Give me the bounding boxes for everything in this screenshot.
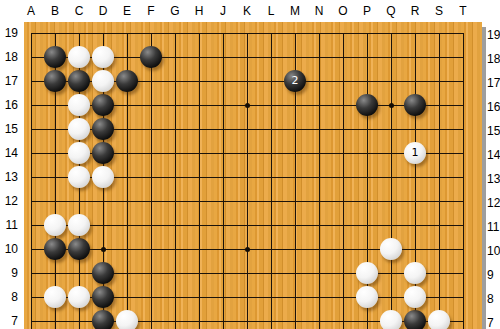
stone-black-M17[interactable]: 2: [284, 70, 306, 92]
stone-black-F18[interactable]: [140, 46, 162, 68]
stone-black-D16[interactable]: [92, 94, 114, 116]
stone-white-D17[interactable]: [92, 70, 114, 92]
stone-white-R14[interactable]: 1: [404, 142, 426, 164]
stone-white-Q10[interactable]: [380, 238, 402, 260]
stone-white-C15[interactable]: [68, 118, 90, 140]
row-label-left-8: 8: [1, 289, 18, 305]
column-label-H: H: [187, 3, 211, 19]
grid-line-v-R: [415, 33, 416, 329]
column-label-S: S: [427, 3, 451, 19]
go-board[interactable]: 12: [24, 22, 482, 329]
stone-white-P9[interactable]: [356, 262, 378, 284]
star-point-K10: [245, 247, 250, 252]
grid-line-v-T: [463, 33, 464, 329]
column-label-D: D: [91, 3, 115, 19]
row-label-right-17: 17: [487, 75, 500, 91]
stone-black-B17[interactable]: [44, 70, 66, 92]
grid-line-v-N: [319, 33, 320, 329]
row-label-right-11: 11: [487, 219, 500, 235]
stone-black-E17[interactable]: [116, 70, 138, 92]
stone-white-B8[interactable]: [44, 286, 66, 308]
column-label-R: R: [403, 3, 427, 19]
stone-white-S7[interactable]: [428, 310, 450, 329]
row-label-left-17: 17: [1, 73, 18, 89]
stone-black-P16[interactable]: [356, 94, 378, 116]
stone-white-D13[interactable]: [92, 166, 114, 188]
stone-black-D7[interactable]: [92, 310, 114, 329]
column-label-T: T: [451, 3, 475, 19]
grid-line-v-S: [439, 33, 440, 329]
stone-black-C17[interactable]: [68, 70, 90, 92]
row-label-right-12: 12: [487, 195, 500, 211]
row-label-left-16: 16: [1, 97, 18, 113]
column-label-C: C: [67, 3, 91, 19]
stone-white-Q7[interactable]: [380, 310, 402, 329]
row-label-left-10: 10: [1, 241, 18, 257]
stone-white-E7[interactable]: [116, 310, 138, 329]
column-label-N: N: [307, 3, 331, 19]
stone-black-D14[interactable]: [92, 142, 114, 164]
stone-black-D15[interactable]: [92, 118, 114, 140]
column-label-L: L: [259, 3, 283, 19]
grid-line-v-Q: [391, 33, 392, 329]
stone-black-B18[interactable]: [44, 46, 66, 68]
row-label-right-16: 16: [487, 99, 500, 115]
stone-white-P8[interactable]: [356, 286, 378, 308]
stone-white-C18[interactable]: [68, 46, 90, 68]
column-label-B: B: [43, 3, 67, 19]
row-label-left-13: 13: [1, 169, 18, 185]
grid-line-v-A: [31, 33, 32, 329]
grid-line-h-19: [31, 33, 464, 34]
move-number-label: 2: [284, 70, 306, 92]
stone-white-D18[interactable]: [92, 46, 114, 68]
row-label-left-12: 12: [1, 193, 18, 209]
row-label-left-14: 14: [1, 145, 18, 161]
row-label-left-19: 19: [1, 25, 18, 41]
stone-black-D8[interactable]: [92, 286, 114, 308]
stone-black-B10[interactable]: [44, 238, 66, 260]
star-point-K16: [245, 103, 250, 108]
grid-line-h-11: [31, 225, 464, 226]
column-label-K: K: [235, 3, 259, 19]
stone-black-C10[interactable]: [68, 238, 90, 260]
row-label-right-8: 8: [487, 291, 500, 307]
grid-line-h-12: [31, 201, 464, 202]
grid-line-v-K: [247, 33, 248, 329]
column-label-A: A: [19, 3, 43, 19]
stone-white-C16[interactable]: [68, 94, 90, 116]
stone-white-C11[interactable]: [68, 214, 90, 236]
stone-white-B11[interactable]: [44, 214, 66, 236]
row-label-left-15: 15: [1, 121, 18, 137]
star-point-Q16: [389, 103, 394, 108]
board-edge-shadow: [482, 27, 486, 329]
stone-white-C14[interactable]: [68, 142, 90, 164]
column-label-Q: Q: [379, 3, 403, 19]
grid-line-v-O: [343, 33, 344, 329]
column-label-O: O: [331, 3, 355, 19]
row-label-left-18: 18: [1, 49, 18, 65]
column-label-G: G: [163, 3, 187, 19]
stone-white-C8[interactable]: [68, 286, 90, 308]
stone-white-C13[interactable]: [68, 166, 90, 188]
grid-line-v-H: [199, 33, 200, 329]
grid-line-v-J: [223, 33, 224, 329]
stone-white-R9[interactable]: [404, 262, 426, 284]
row-label-right-7: 7: [487, 315, 500, 329]
row-label-right-10: 10: [487, 243, 500, 259]
row-label-right-18: 18: [487, 51, 500, 67]
column-label-E: E: [115, 3, 139, 19]
star-point-D10: [101, 247, 106, 252]
grid-line-v-P: [367, 33, 368, 329]
row-label-left-11: 11: [1, 217, 18, 233]
row-label-right-19: 19: [487, 27, 500, 43]
column-label-P: P: [355, 3, 379, 19]
row-label-left-9: 9: [1, 265, 18, 281]
stone-black-D9[interactable]: [92, 262, 114, 284]
grid-line-v-L: [271, 33, 272, 329]
stone-black-R16[interactable]: [404, 94, 426, 116]
row-label-right-13: 13: [487, 171, 500, 187]
stone-white-R8[interactable]: [404, 286, 426, 308]
row-label-right-15: 15: [487, 123, 500, 139]
row-label-left-7: 7: [1, 313, 18, 329]
stone-black-R7[interactable]: [404, 310, 426, 329]
column-label-M: M: [283, 3, 307, 19]
row-label-right-14: 14: [487, 147, 500, 163]
column-label-J: J: [211, 3, 235, 19]
column-label-F: F: [139, 3, 163, 19]
grid-line-v-G: [175, 33, 176, 329]
go-app-window: 12 ABCDEFGHJKLMNOPQRST191918181717161615…: [0, 0, 500, 329]
grid-line-v-F: [151, 33, 152, 329]
row-label-right-9: 9: [487, 267, 500, 283]
move-number-label: 1: [404, 142, 426, 164]
